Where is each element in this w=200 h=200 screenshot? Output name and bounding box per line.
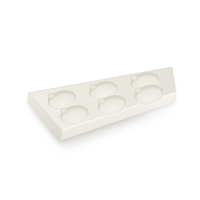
tray-illustration xyxy=(0,0,200,200)
product-photo-stage xyxy=(0,0,200,200)
